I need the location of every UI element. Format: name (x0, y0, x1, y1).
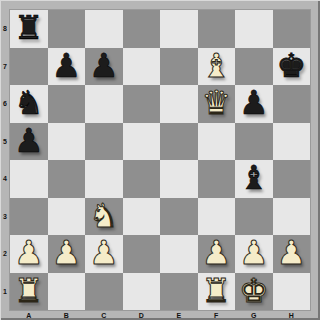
rank-labels: 8 7 6 5 4 3 2 1 (0, 10, 10, 310)
square-e1[interactable] (160, 273, 198, 311)
file-label: E (160, 310, 198, 320)
square-g4[interactable]: ♝ (235, 160, 273, 198)
square-e3[interactable] (160, 198, 198, 236)
square-h2[interactable]: ♟ (273, 235, 311, 273)
square-f7[interactable]: ♝ (198, 48, 236, 86)
square-f2[interactable]: ♟ (198, 235, 236, 273)
file-label: F (198, 310, 236, 320)
square-e2[interactable] (160, 235, 198, 273)
square-f3[interactable] (198, 198, 236, 236)
piece-black-pawn[interactable]: ♟ (89, 49, 119, 82)
square-f6[interactable]: ♛ (198, 85, 236, 123)
square-g3[interactable] (235, 198, 273, 236)
square-a1[interactable]: ♜ (10, 273, 48, 311)
square-g7[interactable] (235, 48, 273, 86)
square-f1[interactable]: ♜ (198, 273, 236, 311)
square-e8[interactable] (160, 10, 198, 48)
square-b3[interactable] (48, 198, 86, 236)
file-label: G (235, 310, 273, 320)
rank-label: 7 (0, 48, 10, 86)
rank-label: 6 (0, 85, 10, 123)
square-a8[interactable]: ♜ (10, 10, 48, 48)
square-c6[interactable] (85, 85, 123, 123)
square-g5[interactable] (235, 123, 273, 161)
square-a4[interactable] (10, 160, 48, 198)
file-label: B (48, 310, 86, 320)
square-c5[interactable] (85, 123, 123, 161)
square-b2[interactable]: ♟ (48, 235, 86, 273)
file-label: A (10, 310, 48, 320)
square-g6[interactable]: ♟ (235, 85, 273, 123)
piece-white-pawn[interactable]: ♟ (201, 236, 231, 269)
square-b7[interactable]: ♟ (48, 48, 86, 86)
square-d1[interactable] (123, 273, 161, 311)
square-d7[interactable] (123, 48, 161, 86)
piece-white-bishop[interactable]: ♝ (201, 49, 231, 82)
square-d6[interactable] (123, 85, 161, 123)
piece-black-pawn[interactable]: ♟ (239, 86, 269, 119)
square-h6[interactable] (273, 85, 311, 123)
piece-white-knight[interactable]: ♞ (89, 199, 119, 232)
square-h3[interactable] (273, 198, 311, 236)
file-label: H (273, 310, 311, 320)
piece-white-rook[interactable]: ♜ (14, 274, 44, 307)
square-a6[interactable]: ♞ (10, 85, 48, 123)
piece-black-knight[interactable]: ♞ (14, 86, 44, 119)
square-b4[interactable] (48, 160, 86, 198)
piece-white-queen[interactable]: ♛ (201, 86, 231, 119)
square-e4[interactable] (160, 160, 198, 198)
square-c3[interactable]: ♞ (85, 198, 123, 236)
square-a7[interactable] (10, 48, 48, 86)
rank-label: 3 (0, 198, 10, 236)
square-c8[interactable] (85, 10, 123, 48)
piece-white-pawn[interactable]: ♟ (14, 236, 44, 269)
square-c4[interactable] (85, 160, 123, 198)
file-labels: A B C D E F G H (10, 310, 310, 320)
square-g2[interactable]: ♟ (235, 235, 273, 273)
square-g1[interactable]: ♚ (235, 273, 273, 311)
piece-black-pawn[interactable]: ♟ (14, 124, 44, 157)
square-b1[interactable] (48, 273, 86, 311)
piece-white-rook[interactable]: ♜ (201, 274, 231, 307)
square-f4[interactable] (198, 160, 236, 198)
rank-label: 4 (0, 160, 10, 198)
rank-label: 8 (0, 10, 10, 48)
square-e6[interactable] (160, 85, 198, 123)
square-b6[interactable] (48, 85, 86, 123)
square-h8[interactable] (273, 10, 311, 48)
square-h1[interactable] (273, 273, 311, 311)
square-d5[interactable] (123, 123, 161, 161)
piece-black-pawn[interactable]: ♟ (51, 49, 81, 82)
chess-board: ♜♟♟♝♚♞♛♟♟♝♞♟♟♟♟♟♟♜♜♚ (10, 10, 310, 310)
rank-label: 5 (0, 123, 10, 161)
chess-diagram: 8 7 6 5 4 3 2 1 ♜♟♟♝♚♞♛♟♟♝♞♟♟♟♟♟♟♜♜♚ A B… (0, 0, 320, 320)
square-f5[interactable] (198, 123, 236, 161)
square-d2[interactable] (123, 235, 161, 273)
square-h5[interactable] (273, 123, 311, 161)
square-h4[interactable] (273, 160, 311, 198)
piece-white-pawn[interactable]: ♟ (239, 236, 269, 269)
square-f8[interactable] (198, 10, 236, 48)
square-d8[interactable] (123, 10, 161, 48)
square-c2[interactable]: ♟ (85, 235, 123, 273)
piece-white-pawn[interactable]: ♟ (89, 236, 119, 269)
rank-label: 2 (0, 235, 10, 273)
piece-white-pawn[interactable]: ♟ (51, 236, 81, 269)
square-c7[interactable]: ♟ (85, 48, 123, 86)
square-e7[interactable] (160, 48, 198, 86)
square-e5[interactable] (160, 123, 198, 161)
square-d3[interactable] (123, 198, 161, 236)
piece-white-pawn[interactable]: ♟ (276, 236, 306, 269)
piece-black-king[interactable]: ♚ (276, 49, 306, 82)
piece-white-king[interactable]: ♚ (239, 274, 269, 307)
square-a5[interactable]: ♟ (10, 123, 48, 161)
square-b5[interactable] (48, 123, 86, 161)
piece-black-bishop[interactable]: ♝ (239, 161, 269, 194)
square-c1[interactable] (85, 273, 123, 311)
square-b8[interactable] (48, 10, 86, 48)
square-h7[interactable]: ♚ (273, 48, 311, 86)
file-label: D (123, 310, 161, 320)
square-d4[interactable] (123, 160, 161, 198)
square-g8[interactable] (235, 10, 273, 48)
piece-black-rook[interactable]: ♜ (14, 11, 44, 44)
square-a3[interactable] (10, 198, 48, 236)
file-label: C (85, 310, 123, 320)
square-a2[interactable]: ♟ (10, 235, 48, 273)
rank-label: 1 (0, 273, 10, 311)
